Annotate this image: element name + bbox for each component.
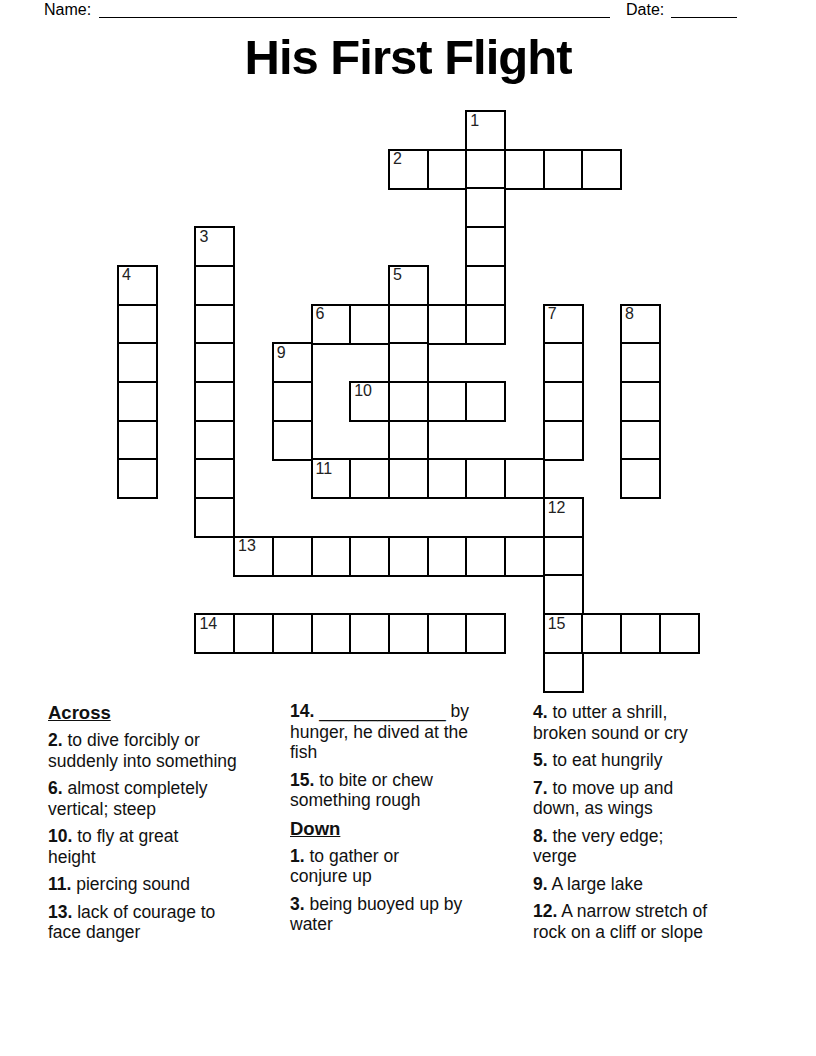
crossword-cell-r13c3[interactable] [233, 613, 274, 654]
crossword-cell-r14c11[interactable] [543, 652, 584, 693]
crossword-cell-r11c7[interactable] [388, 536, 429, 577]
clue-number: 5. [533, 750, 548, 770]
crossword-cell-r11c6[interactable] [349, 536, 390, 577]
crossword-cell-r9c2[interactable] [194, 458, 235, 499]
crossword-cell-r5c7[interactable] [388, 304, 429, 345]
crossword-cell-r4c7[interactable]: 5 [388, 265, 429, 306]
crossword-cell-r6c11[interactable] [543, 342, 584, 383]
crossword-cell-r3c2[interactable]: 3 [194, 226, 235, 267]
crossword-cell-r11c10[interactable] [504, 536, 545, 577]
crossword-cell-r11c9[interactable] [465, 536, 506, 577]
crossword-cell-r1c10[interactable] [504, 149, 545, 190]
cell-number-5: 5 [393, 267, 402, 283]
across-clues-column: Across2. to dive forcibly or suddenly in… [48, 702, 285, 950]
clue-number: 2. [48, 730, 63, 750]
middle-clues-column: 14. _____________ by hunger, he dived at… [290, 701, 525, 942]
crossword-board: 123456789101112131415 [117, 110, 700, 693]
clue-number: 12. [533, 901, 557, 921]
crossword-cell-r6c13[interactable] [620, 342, 661, 383]
cell-number-1: 1 [470, 113, 479, 129]
down-clues-column: 4. to utter a shrill, broken sound or cr… [533, 702, 773, 949]
clue-across-10: 10. to fly at great height [48, 826, 285, 867]
crossword-cell-r13c7[interactable] [388, 613, 429, 654]
name-label: Name: [44, 1, 91, 19]
clue-down-9: 9. A large lake [533, 874, 773, 895]
crossword-cell-r11c5[interactable] [311, 536, 352, 577]
crossword-cell-r7c9[interactable] [465, 381, 506, 422]
clue-number: 6. [48, 778, 63, 798]
across-header: Across [48, 702, 285, 723]
crossword-cell-r7c13[interactable] [620, 381, 661, 422]
cell-number-3: 3 [199, 229, 208, 245]
crossword-cell-r12c11[interactable] [543, 574, 584, 615]
crossword-cell-r10c11[interactable]: 12 [543, 497, 584, 538]
crossword-cell-r6c0[interactable] [117, 342, 158, 383]
clue-number: 7. [533, 778, 548, 798]
crossword-cell-r5c8[interactable] [427, 304, 468, 345]
cell-number-8: 8 [625, 306, 634, 322]
clue-number: 14. [290, 701, 314, 721]
clue-number: 3. [290, 894, 305, 914]
down-header: Down [290, 818, 525, 839]
clue-number: 1. [290, 846, 305, 866]
crossword-cell-r7c8[interactable] [427, 381, 468, 422]
crossword-cell-r13c11[interactable]: 15 [543, 613, 584, 654]
crossword-cell-r5c0[interactable] [117, 304, 158, 345]
crossword-cell-r8c13[interactable] [620, 420, 661, 461]
crossword-cell-r3c9[interactable] [465, 226, 506, 267]
crossword-cell-r1c11[interactable] [543, 149, 584, 190]
date-fill-line[interactable] [671, 0, 737, 18]
cell-number-12: 12 [548, 500, 566, 516]
puzzle-title: His First Flight [0, 33, 816, 82]
crossword-cell-r11c8[interactable] [427, 536, 468, 577]
crossword-cell-r2c9[interactable] [465, 187, 506, 228]
clue-across-15: 15. to bite or chew something rough [290, 770, 525, 811]
cell-number-11: 11 [316, 461, 333, 477]
crossword-cell-r6c4[interactable]: 9 [272, 342, 313, 383]
cell-number-10: 10 [354, 383, 372, 399]
cell-number-6: 6 [316, 306, 325, 322]
clue-number: 4. [533, 702, 548, 722]
crossword-cell-r4c9[interactable] [465, 265, 506, 306]
crossword-cell-r8c4[interactable] [272, 420, 313, 461]
crossword-cell-r13c5[interactable] [311, 613, 352, 654]
crossword-cell-r8c7[interactable] [388, 420, 429, 461]
name-date-row: Name: Date: [0, 0, 816, 24]
clue-down-3: 3. being buoyed up by water [290, 894, 525, 935]
crossword-cell-r1c9[interactable] [465, 149, 506, 190]
crossword-cell-r7c0[interactable] [117, 381, 158, 422]
crossword-cell-r5c11[interactable]: 7 [543, 304, 584, 345]
crossword-cell-r5c2[interactable] [194, 304, 235, 345]
crossword-cell-r6c7[interactable] [388, 342, 429, 383]
cell-number-2: 2 [393, 151, 402, 167]
clue-number: 11. [48, 874, 71, 894]
cell-number-13: 13 [238, 538, 256, 554]
crossword-cell-r10c2[interactable] [194, 497, 235, 538]
crossword-cell-r7c7[interactable] [388, 381, 429, 422]
worksheet-page: { "game": "crossword", "title": "His Fir… [0, 0, 816, 1056]
clue-down-8: 8. the very edge; verge [533, 826, 773, 867]
cell-number-15: 15 [548, 616, 566, 632]
crossword-cell-r5c13[interactable]: 8 [620, 304, 661, 345]
crossword-cell-r9c6[interactable] [349, 458, 390, 499]
clue-across-6: 6. almost completely vertical; steep [48, 778, 285, 819]
date-label: Date: [626, 1, 664, 19]
crossword-cell-r13c14[interactable] [659, 613, 700, 654]
crossword-cell-r13c4[interactable] [272, 613, 313, 654]
name-fill-line[interactable] [99, 0, 610, 18]
clue-across-11: 11. piercing sound [48, 874, 285, 895]
crossword-cell-r8c2[interactable] [194, 420, 235, 461]
clue-number: 13. [48, 902, 72, 922]
clue-down-5: 5. to eat hungrily [533, 750, 773, 771]
clue-down-7: 7. to move up and down, as wings [533, 778, 773, 819]
crossword-cell-r5c9[interactable] [465, 304, 506, 345]
crossword-cell-r9c9[interactable] [465, 458, 506, 499]
crossword-cell-r8c11[interactable] [543, 420, 584, 461]
cell-number-4: 4 [122, 267, 131, 283]
crossword-cell-r1c12[interactable] [581, 149, 622, 190]
crossword-cell-r5c5[interactable]: 6 [311, 304, 352, 345]
cell-number-9: 9 [277, 345, 286, 361]
clue-number: 8. [533, 826, 548, 846]
clue-number: 15. [290, 770, 314, 790]
crossword-cell-r13c2[interactable]: 14 [194, 613, 235, 654]
crossword-cell-r9c5[interactable]: 11 [311, 458, 352, 499]
clue-across-13: 13. lack of courage to face danger [48, 902, 285, 943]
cell-number-7: 7 [548, 306, 557, 322]
crossword-cell-r1c7[interactable]: 2 [388, 149, 429, 190]
crossword-cell-r5c6[interactable] [349, 304, 390, 345]
clue-across-14: 14. _____________ by hunger, he dived at… [290, 701, 525, 763]
crossword-cell-r7c2[interactable] [194, 381, 235, 422]
crossword-cell-r4c0[interactable]: 4 [117, 265, 158, 306]
crossword-cell-r1c8[interactable] [427, 149, 468, 190]
crossword-cell-r9c0[interactable] [117, 458, 158, 499]
clue-down-4: 4. to utter a shrill, broken sound or cr… [533, 702, 773, 743]
clue-down-12: 12. A narrow stretch of rock on a cliff … [533, 901, 773, 942]
cell-number-14: 14 [199, 616, 217, 632]
crossword-cell-r8c0[interactable] [117, 420, 158, 461]
crossword-cell-r7c4[interactable] [272, 381, 313, 422]
crossword-cell-r11c3[interactable]: 13 [233, 536, 274, 577]
crossword-cell-r9c8[interactable] [427, 458, 468, 499]
clue-number: 9. [533, 874, 548, 894]
crossword-cell-r13c12[interactable] [581, 613, 622, 654]
crossword-cell-r11c11[interactable] [543, 536, 584, 577]
crossword-cell-r7c6[interactable]: 10 [349, 381, 390, 422]
crossword-cell-r9c13[interactable] [620, 458, 661, 499]
crossword-cell-r7c11[interactable] [543, 381, 584, 422]
crossword-cell-r9c10[interactable] [504, 458, 545, 499]
clue-down-1: 1. to gather or conjure up [290, 846, 525, 887]
crossword-cell-r13c9[interactable] [465, 613, 506, 654]
clue-across-2: 2. to dive forcibly or suddenly into som… [48, 730, 285, 771]
crossword-cell-r13c8[interactable] [427, 613, 468, 654]
crossword-cell-r0c9[interactable]: 1 [465, 110, 506, 151]
crossword-cell-r6c2[interactable] [194, 342, 235, 383]
crossword-cell-r11c4[interactable] [272, 536, 313, 577]
crossword-cell-r4c2[interactable] [194, 265, 235, 306]
crossword-cell-r13c13[interactable] [620, 613, 661, 654]
crossword-cell-r9c7[interactable] [388, 458, 429, 499]
crossword-cell-r13c6[interactable] [349, 613, 390, 654]
clue-number: 10. [48, 826, 72, 846]
